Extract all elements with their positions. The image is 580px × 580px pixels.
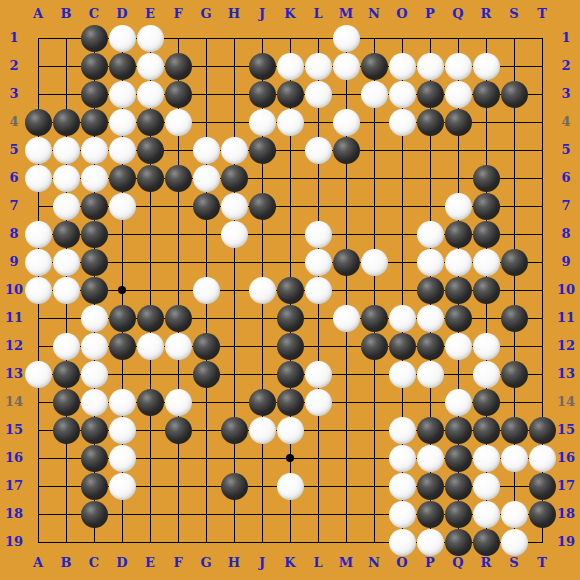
intersection-N8[interactable] [360,220,388,248]
intersection-A3[interactable] [24,80,52,108]
intersection-R17[interactable] [472,472,500,500]
intersection-M13[interactable] [332,360,360,388]
intersection-S8[interactable] [500,220,528,248]
intersection-L18[interactable] [304,500,332,528]
intersection-O3[interactable] [388,80,416,108]
intersection-R5[interactable] [472,136,500,164]
intersection-H11[interactable] [220,304,248,332]
intersection-M2[interactable] [332,52,360,80]
intersection-A14[interactable] [24,388,52,416]
intersection-O16[interactable] [388,444,416,472]
intersection-B1[interactable] [52,24,80,52]
intersection-F7[interactable] [164,192,192,220]
intersection-Q16[interactable] [444,444,472,472]
intersection-T1[interactable] [528,24,556,52]
intersection-F16[interactable] [164,444,192,472]
intersection-P15[interactable] [416,416,444,444]
intersection-N15[interactable] [360,416,388,444]
intersection-O14[interactable] [388,388,416,416]
intersection-L16[interactable] [304,444,332,472]
intersection-R10[interactable] [472,276,500,304]
intersection-E14[interactable] [136,388,164,416]
intersection-T15[interactable] [528,416,556,444]
intersection-J1[interactable] [248,24,276,52]
intersection-O9[interactable] [388,248,416,276]
intersection-P19[interactable] [416,528,444,556]
intersection-K8[interactable] [276,220,304,248]
intersection-B19[interactable] [52,528,80,556]
intersection-M3[interactable] [332,80,360,108]
intersection-O2[interactable] [388,52,416,80]
intersection-N16[interactable] [360,444,388,472]
intersection-C18[interactable] [80,500,108,528]
intersection-S6[interactable] [500,164,528,192]
intersection-F14[interactable] [164,388,192,416]
intersection-D17[interactable] [108,472,136,500]
intersection-K17[interactable] [276,472,304,500]
intersection-E12[interactable] [136,332,164,360]
intersection-D8[interactable] [108,220,136,248]
intersection-P7[interactable] [416,192,444,220]
intersection-R8[interactable] [472,220,500,248]
intersection-P17[interactable] [416,472,444,500]
intersection-N19[interactable] [360,528,388,556]
intersection-T10[interactable] [528,276,556,304]
intersection-F10[interactable] [164,276,192,304]
intersection-F12[interactable] [164,332,192,360]
intersection-R16[interactable] [472,444,500,472]
intersection-Q8[interactable] [444,220,472,248]
intersection-O17[interactable] [388,472,416,500]
intersection-E10[interactable] [136,276,164,304]
intersection-Q3[interactable] [444,80,472,108]
intersection-G2[interactable] [192,52,220,80]
intersection-C6[interactable] [80,164,108,192]
intersection-M6[interactable] [332,164,360,192]
intersection-S17[interactable] [500,472,528,500]
intersection-P12[interactable] [416,332,444,360]
intersection-A17[interactable] [24,472,52,500]
intersection-M1[interactable] [332,24,360,52]
intersection-S19[interactable] [500,528,528,556]
intersection-R13[interactable] [472,360,500,388]
intersection-T18[interactable] [528,500,556,528]
intersection-S9[interactable] [500,248,528,276]
intersection-L3[interactable] [304,80,332,108]
intersection-A6[interactable] [24,164,52,192]
intersection-F2[interactable] [164,52,192,80]
intersection-E4[interactable] [136,108,164,136]
intersection-J9[interactable] [248,248,276,276]
intersection-L4[interactable] [304,108,332,136]
intersection-K10[interactable] [276,276,304,304]
intersection-P8[interactable] [416,220,444,248]
intersection-C7[interactable] [80,192,108,220]
intersection-J7[interactable] [248,192,276,220]
intersection-H7[interactable] [220,192,248,220]
intersection-A9[interactable] [24,248,52,276]
intersection-L10[interactable] [304,276,332,304]
intersection-M14[interactable] [332,388,360,416]
intersection-A5[interactable] [24,136,52,164]
intersection-N1[interactable] [360,24,388,52]
intersection-R2[interactable] [472,52,500,80]
intersection-D10[interactable] [108,276,136,304]
intersection-L8[interactable] [304,220,332,248]
intersection-A7[interactable] [24,192,52,220]
intersection-H19[interactable] [220,528,248,556]
intersection-T14[interactable] [528,388,556,416]
intersection-O5[interactable] [388,136,416,164]
intersection-C12[interactable] [80,332,108,360]
intersection-M10[interactable] [332,276,360,304]
intersection-E3[interactable] [136,80,164,108]
intersection-Q4[interactable] [444,108,472,136]
intersection-K11[interactable] [276,304,304,332]
intersection-E2[interactable] [136,52,164,80]
intersection-B17[interactable] [52,472,80,500]
intersection-N7[interactable] [360,192,388,220]
intersection-F5[interactable] [164,136,192,164]
intersection-H18[interactable] [220,500,248,528]
intersection-J17[interactable] [248,472,276,500]
intersection-K7[interactable] [276,192,304,220]
go-board[interactable] [24,24,556,556]
intersection-K19[interactable] [276,528,304,556]
intersection-F11[interactable] [164,304,192,332]
intersection-C1[interactable] [80,24,108,52]
intersection-L9[interactable] [304,248,332,276]
intersection-C8[interactable] [80,220,108,248]
intersection-K6[interactable] [276,164,304,192]
intersection-M19[interactable] [332,528,360,556]
intersection-L17[interactable] [304,472,332,500]
intersection-G6[interactable] [192,164,220,192]
intersection-G8[interactable] [192,220,220,248]
intersection-D14[interactable] [108,388,136,416]
intersection-T6[interactable] [528,164,556,192]
intersection-G17[interactable] [192,472,220,500]
intersection-S1[interactable] [500,24,528,52]
intersection-N13[interactable] [360,360,388,388]
intersection-H1[interactable] [220,24,248,52]
intersection-T3[interactable] [528,80,556,108]
intersection-T9[interactable] [528,248,556,276]
intersection-L7[interactable] [304,192,332,220]
intersection-B11[interactable] [52,304,80,332]
intersection-P13[interactable] [416,360,444,388]
intersection-C4[interactable] [80,108,108,136]
intersection-N3[interactable] [360,80,388,108]
intersection-E8[interactable] [136,220,164,248]
intersection-M5[interactable] [332,136,360,164]
intersection-L19[interactable] [304,528,332,556]
intersection-E17[interactable] [136,472,164,500]
intersection-J10[interactable] [248,276,276,304]
intersection-A4[interactable] [24,108,52,136]
intersection-B5[interactable] [52,136,80,164]
intersection-D16[interactable] [108,444,136,472]
intersection-K4[interactable] [276,108,304,136]
intersection-C19[interactable] [80,528,108,556]
intersection-J5[interactable] [248,136,276,164]
intersection-K3[interactable] [276,80,304,108]
intersection-B10[interactable] [52,276,80,304]
intersection-E11[interactable] [136,304,164,332]
intersection-H14[interactable] [220,388,248,416]
intersection-E16[interactable] [136,444,164,472]
intersection-Q2[interactable] [444,52,472,80]
intersection-K1[interactable] [276,24,304,52]
intersection-A1[interactable] [24,24,52,52]
intersection-G14[interactable] [192,388,220,416]
intersection-Q12[interactable] [444,332,472,360]
intersection-Q6[interactable] [444,164,472,192]
intersection-D19[interactable] [108,528,136,556]
intersection-D9[interactable] [108,248,136,276]
intersection-N6[interactable] [360,164,388,192]
intersection-P9[interactable] [416,248,444,276]
intersection-G18[interactable] [192,500,220,528]
intersection-G1[interactable] [192,24,220,52]
intersection-B6[interactable] [52,164,80,192]
intersection-C16[interactable] [80,444,108,472]
intersection-G9[interactable] [192,248,220,276]
intersection-N11[interactable] [360,304,388,332]
intersection-B18[interactable] [52,500,80,528]
intersection-E7[interactable] [136,192,164,220]
intersection-H2[interactable] [220,52,248,80]
intersection-R6[interactable] [472,164,500,192]
intersection-D6[interactable] [108,164,136,192]
intersection-G5[interactable] [192,136,220,164]
intersection-K16[interactable] [276,444,304,472]
intersection-C3[interactable] [80,80,108,108]
intersection-M8[interactable] [332,220,360,248]
intersection-E15[interactable] [136,416,164,444]
intersection-R4[interactable] [472,108,500,136]
intersection-K12[interactable] [276,332,304,360]
intersection-F3[interactable] [164,80,192,108]
intersection-L12[interactable] [304,332,332,360]
intersection-J18[interactable] [248,500,276,528]
intersection-A18[interactable] [24,500,52,528]
intersection-H6[interactable] [220,164,248,192]
intersection-P2[interactable] [416,52,444,80]
intersection-K5[interactable] [276,136,304,164]
intersection-Q17[interactable] [444,472,472,500]
intersection-D15[interactable] [108,416,136,444]
intersection-D7[interactable] [108,192,136,220]
intersection-L13[interactable] [304,360,332,388]
intersection-P3[interactable] [416,80,444,108]
intersection-B14[interactable] [52,388,80,416]
intersection-O18[interactable] [388,500,416,528]
intersection-N17[interactable] [360,472,388,500]
intersection-B9[interactable] [52,248,80,276]
intersection-C2[interactable] [80,52,108,80]
intersection-A19[interactable] [24,528,52,556]
intersection-O1[interactable] [388,24,416,52]
intersection-S3[interactable] [500,80,528,108]
intersection-O11[interactable] [388,304,416,332]
intersection-M16[interactable] [332,444,360,472]
intersection-M9[interactable] [332,248,360,276]
intersection-E18[interactable] [136,500,164,528]
intersection-R15[interactable] [472,416,500,444]
intersection-A2[interactable] [24,52,52,80]
intersection-D2[interactable] [108,52,136,80]
intersection-R14[interactable] [472,388,500,416]
intersection-M7[interactable] [332,192,360,220]
intersection-R11[interactable] [472,304,500,332]
intersection-P4[interactable] [416,108,444,136]
intersection-Q15[interactable] [444,416,472,444]
intersection-T13[interactable] [528,360,556,388]
intersection-F6[interactable] [164,164,192,192]
intersection-D13[interactable] [108,360,136,388]
intersection-E1[interactable] [136,24,164,52]
intersection-H13[interactable] [220,360,248,388]
intersection-O15[interactable] [388,416,416,444]
intersection-C15[interactable] [80,416,108,444]
intersection-C11[interactable] [80,304,108,332]
intersection-A12[interactable] [24,332,52,360]
intersection-R3[interactable] [472,80,500,108]
intersection-J11[interactable] [248,304,276,332]
intersection-B16[interactable] [52,444,80,472]
intersection-B4[interactable] [52,108,80,136]
intersection-H5[interactable] [220,136,248,164]
intersection-F9[interactable] [164,248,192,276]
intersection-S2[interactable] [500,52,528,80]
intersection-Q1[interactable] [444,24,472,52]
intersection-S12[interactable] [500,332,528,360]
intersection-A16[interactable] [24,444,52,472]
intersection-G11[interactable] [192,304,220,332]
intersection-J16[interactable] [248,444,276,472]
intersection-N4[interactable] [360,108,388,136]
intersection-K2[interactable] [276,52,304,80]
intersection-D3[interactable] [108,80,136,108]
intersection-H9[interactable] [220,248,248,276]
intersection-D1[interactable] [108,24,136,52]
intersection-G7[interactable] [192,192,220,220]
intersection-M12[interactable] [332,332,360,360]
intersection-M18[interactable] [332,500,360,528]
intersection-J13[interactable] [248,360,276,388]
intersection-K15[interactable] [276,416,304,444]
intersection-A11[interactable] [24,304,52,332]
intersection-Q5[interactable] [444,136,472,164]
intersection-P18[interactable] [416,500,444,528]
intersection-O4[interactable] [388,108,416,136]
intersection-S16[interactable] [500,444,528,472]
intersection-K9[interactable] [276,248,304,276]
intersection-B12[interactable] [52,332,80,360]
intersection-H4[interactable] [220,108,248,136]
intersection-P5[interactable] [416,136,444,164]
intersection-Q14[interactable] [444,388,472,416]
intersection-G19[interactable] [192,528,220,556]
intersection-G10[interactable] [192,276,220,304]
intersection-C10[interactable] [80,276,108,304]
intersection-R12[interactable] [472,332,500,360]
intersection-B3[interactable] [52,80,80,108]
intersection-J14[interactable] [248,388,276,416]
intersection-J12[interactable] [248,332,276,360]
intersection-F17[interactable] [164,472,192,500]
intersection-N10[interactable] [360,276,388,304]
intersection-N14[interactable] [360,388,388,416]
intersection-T19[interactable] [528,528,556,556]
intersection-F4[interactable] [164,108,192,136]
intersection-O8[interactable] [388,220,416,248]
intersection-Q10[interactable] [444,276,472,304]
intersection-C17[interactable] [80,472,108,500]
intersection-O13[interactable] [388,360,416,388]
intersection-P11[interactable] [416,304,444,332]
intersection-N12[interactable] [360,332,388,360]
intersection-P1[interactable] [416,24,444,52]
intersection-S18[interactable] [500,500,528,528]
intersection-F19[interactable] [164,528,192,556]
intersection-C14[interactable] [80,388,108,416]
intersection-G16[interactable] [192,444,220,472]
intersection-E5[interactable] [136,136,164,164]
intersection-N9[interactable] [360,248,388,276]
intersection-A8[interactable] [24,220,52,248]
intersection-A15[interactable] [24,416,52,444]
intersection-B15[interactable] [52,416,80,444]
intersection-J19[interactable] [248,528,276,556]
intersection-T16[interactable] [528,444,556,472]
intersection-T2[interactable] [528,52,556,80]
intersection-P6[interactable] [416,164,444,192]
intersection-R19[interactable] [472,528,500,556]
intersection-F1[interactable] [164,24,192,52]
intersection-E19[interactable] [136,528,164,556]
intersection-T4[interactable] [528,108,556,136]
intersection-F15[interactable] [164,416,192,444]
intersection-B8[interactable] [52,220,80,248]
intersection-H3[interactable] [220,80,248,108]
intersection-E9[interactable] [136,248,164,276]
intersection-S4[interactable] [500,108,528,136]
intersection-H10[interactable] [220,276,248,304]
intersection-G3[interactable] [192,80,220,108]
intersection-O6[interactable] [388,164,416,192]
intersection-F8[interactable] [164,220,192,248]
intersection-N5[interactable] [360,136,388,164]
intersection-F18[interactable] [164,500,192,528]
intersection-G13[interactable] [192,360,220,388]
intersection-R7[interactable] [472,192,500,220]
intersection-L5[interactable] [304,136,332,164]
intersection-H8[interactable] [220,220,248,248]
intersection-S5[interactable] [500,136,528,164]
intersection-J2[interactable] [248,52,276,80]
intersection-O7[interactable] [388,192,416,220]
intersection-O19[interactable] [388,528,416,556]
intersection-M15[interactable] [332,416,360,444]
intersection-Q7[interactable] [444,192,472,220]
intersection-P14[interactable] [416,388,444,416]
intersection-J6[interactable] [248,164,276,192]
intersection-S10[interactable] [500,276,528,304]
intersection-D5[interactable] [108,136,136,164]
intersection-P16[interactable] [416,444,444,472]
